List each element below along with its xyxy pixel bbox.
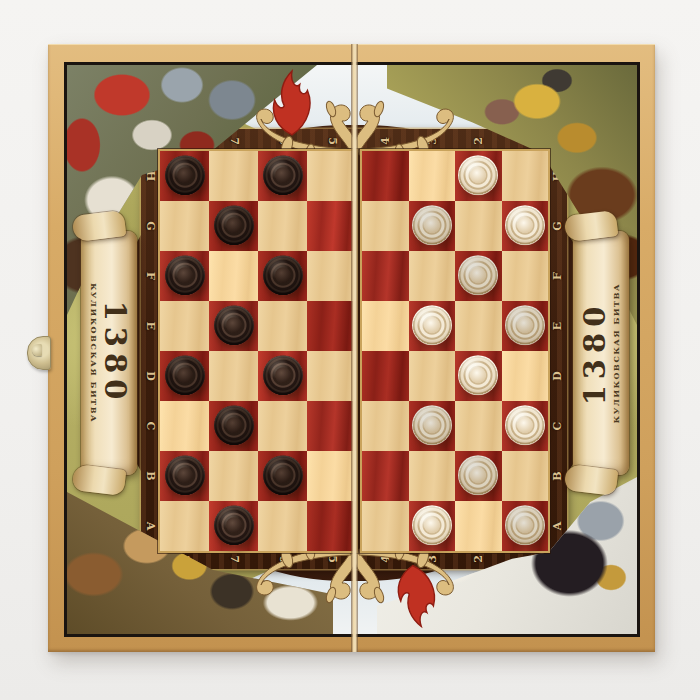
square-D2[interactable] bbox=[455, 351, 502, 401]
square-G1[interactable] bbox=[502, 201, 549, 251]
coord-right-C: C bbox=[551, 422, 564, 431]
square-D8[interactable] bbox=[160, 351, 209, 401]
square-B6[interactable] bbox=[258, 451, 307, 501]
square-H7[interactable] bbox=[209, 151, 258, 201]
square-E6[interactable] bbox=[258, 301, 307, 351]
coord-left-E: E bbox=[144, 322, 157, 330]
square-F8[interactable] bbox=[160, 251, 209, 301]
square-H4[interactable] bbox=[362, 151, 409, 201]
square-C1[interactable] bbox=[502, 401, 549, 451]
square-H3[interactable] bbox=[409, 151, 456, 201]
square-E7[interactable] bbox=[209, 301, 258, 351]
square-G2[interactable] bbox=[455, 201, 502, 251]
dark-piece-B8[interactable] bbox=[165, 455, 205, 495]
square-F3[interactable] bbox=[409, 251, 456, 301]
square-C3[interactable] bbox=[409, 401, 456, 451]
square-F4[interactable] bbox=[362, 251, 409, 301]
square-B7[interactable] bbox=[209, 451, 258, 501]
square-E3[interactable] bbox=[409, 301, 456, 351]
square-G6[interactable] bbox=[258, 201, 307, 251]
white-piece-A1[interactable] bbox=[505, 505, 545, 545]
square-A2[interactable] bbox=[455, 501, 502, 551]
square-A1[interactable] bbox=[502, 501, 549, 551]
white-piece-E1[interactable] bbox=[505, 305, 545, 345]
dark-piece-G7[interactable] bbox=[214, 205, 254, 245]
banner-year: 1380 bbox=[581, 231, 610, 475]
coord-right-G: G bbox=[551, 221, 564, 230]
square-F1[interactable] bbox=[502, 251, 549, 301]
wooden-folding-box: 8765432187654321HGFEDCBAHGFEDCBA bbox=[48, 44, 655, 652]
white-piece-G3[interactable] bbox=[412, 205, 452, 245]
coord-right-E: E bbox=[551, 322, 564, 330]
coord-right-D: D bbox=[551, 371, 564, 381]
square-G3[interactable] bbox=[409, 201, 456, 251]
square-A6[interactable] bbox=[258, 501, 307, 551]
coord-right-F: F bbox=[551, 272, 564, 280]
dark-piece-D8[interactable] bbox=[165, 355, 205, 395]
dark-piece-D6[interactable] bbox=[263, 355, 303, 395]
square-C4[interactable] bbox=[362, 401, 409, 451]
white-piece-B2[interactable] bbox=[458, 455, 498, 495]
square-B5[interactable] bbox=[307, 451, 356, 501]
square-F6[interactable] bbox=[258, 251, 307, 301]
dark-piece-F8[interactable] bbox=[165, 255, 205, 295]
square-C5[interactable] bbox=[307, 401, 356, 451]
square-A5[interactable] bbox=[307, 501, 356, 551]
square-B4[interactable] bbox=[362, 451, 409, 501]
checkerboard-left-leaf bbox=[158, 149, 358, 553]
square-D5[interactable] bbox=[307, 351, 356, 401]
square-H1[interactable] bbox=[502, 151, 549, 201]
banner-scroll-left: 1380 КУЛИКОВСКАЯ БИТВА bbox=[81, 231, 137, 475]
coord-left-A: A bbox=[144, 522, 157, 531]
square-G5[interactable] bbox=[307, 201, 356, 251]
dark-piece-H6[interactable] bbox=[263, 155, 303, 195]
square-D6[interactable] bbox=[258, 351, 307, 401]
dark-piece-C7[interactable] bbox=[214, 405, 254, 445]
square-B1[interactable] bbox=[502, 451, 549, 501]
square-B2[interactable] bbox=[455, 451, 502, 501]
fold-seam bbox=[351, 44, 358, 652]
brass-clasp bbox=[27, 336, 51, 370]
square-E4[interactable] bbox=[362, 301, 409, 351]
square-C8[interactable] bbox=[160, 401, 209, 451]
square-H2[interactable] bbox=[455, 151, 502, 201]
square-D7[interactable] bbox=[209, 351, 258, 401]
square-E2[interactable] bbox=[455, 301, 502, 351]
banner-title: КУЛИКОВСКАЯ БИТВА bbox=[611, 231, 621, 475]
square-H8[interactable] bbox=[160, 151, 209, 201]
square-A8[interactable] bbox=[160, 501, 209, 551]
square-F7[interactable] bbox=[209, 251, 258, 301]
square-B3[interactable] bbox=[409, 451, 456, 501]
square-H6[interactable] bbox=[258, 151, 307, 201]
coord-left-G: G bbox=[144, 221, 157, 230]
dark-piece-B6[interactable] bbox=[263, 455, 303, 495]
white-piece-C3[interactable] bbox=[412, 405, 452, 445]
white-piece-A3[interactable] bbox=[412, 505, 452, 545]
square-E1[interactable] bbox=[502, 301, 549, 351]
banner-scroll-right: 1380 КУЛИКОВСКАЯ БИТВА bbox=[573, 231, 629, 475]
coord-right-A: A bbox=[551, 522, 564, 531]
square-E8[interactable] bbox=[160, 301, 209, 351]
square-A4[interactable] bbox=[362, 501, 409, 551]
coord-left-D: D bbox=[144, 371, 157, 381]
square-A7[interactable] bbox=[209, 501, 258, 551]
square-B8[interactable] bbox=[160, 451, 209, 501]
dark-piece-F6[interactable] bbox=[263, 255, 303, 295]
white-piece-H2[interactable] bbox=[458, 155, 498, 195]
coord-left-F: F bbox=[144, 272, 157, 280]
white-piece-F2[interactable] bbox=[458, 255, 498, 295]
square-D4[interactable] bbox=[362, 351, 409, 401]
square-C6[interactable] bbox=[258, 401, 307, 451]
square-G4[interactable] bbox=[362, 201, 409, 251]
square-C2[interactable] bbox=[455, 401, 502, 451]
dark-piece-H8[interactable] bbox=[165, 155, 205, 195]
square-G7[interactable] bbox=[209, 201, 258, 251]
square-G8[interactable] bbox=[160, 201, 209, 251]
white-piece-C1[interactable] bbox=[505, 405, 545, 445]
square-A3[interactable] bbox=[409, 501, 456, 551]
banner-year: 1380 bbox=[100, 231, 129, 475]
banner-title: КУЛИКОВСКАЯ БИТВА bbox=[89, 231, 99, 475]
dark-piece-A7[interactable] bbox=[214, 505, 254, 545]
coord-left-C: C bbox=[144, 422, 157, 431]
dark-piece-E7[interactable] bbox=[214, 305, 254, 345]
square-D1[interactable] bbox=[502, 351, 549, 401]
square-C7[interactable] bbox=[209, 401, 258, 451]
white-piece-D2[interactable] bbox=[458, 355, 498, 395]
coord-right-B: B bbox=[551, 471, 564, 480]
photo-of-checkers-box: 8765432187654321HGFEDCBAHGFEDCBA bbox=[0, 0, 700, 700]
square-F5[interactable] bbox=[307, 251, 356, 301]
checkerboard-right-leaf bbox=[360, 149, 550, 553]
white-piece-G1[interactable] bbox=[505, 205, 545, 245]
square-D3[interactable] bbox=[409, 351, 456, 401]
coord-left-B: B bbox=[144, 471, 157, 480]
square-F2[interactable] bbox=[455, 251, 502, 301]
square-H5[interactable] bbox=[307, 151, 356, 201]
white-piece-E3[interactable] bbox=[412, 305, 452, 345]
square-E5[interactable] bbox=[307, 301, 356, 351]
